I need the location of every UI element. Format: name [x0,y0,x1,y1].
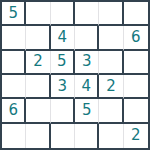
cell-r2c3[interactable]: 4 [51,26,75,50]
cell-r4c6[interactable] [124,75,148,99]
cell-r5c5[interactable] [99,99,123,123]
cell-r5c6[interactable] [124,99,148,123]
board-row-2: 46 [2,26,148,50]
cell-r6c2[interactable] [26,124,50,148]
given-digit: 4 [81,79,91,94]
cell-r1c4[interactable] [75,2,99,26]
cell-r2c5[interactable] [99,26,123,50]
cell-r6c3[interactable] [51,124,75,148]
cell-r5c1[interactable]: 6 [2,99,26,123]
cell-r6c5[interactable] [99,124,123,148]
given-digit: 3 [58,79,68,94]
cell-r1c3[interactable] [51,2,75,26]
cell-r3c5[interactable] [99,51,123,75]
cell-r4c5[interactable]: 2 [99,75,123,99]
cell-r3c2[interactable]: 2 [26,51,50,75]
cell-r5c2[interactable] [26,99,50,123]
cell-r4c3[interactable]: 3 [51,75,75,99]
cell-r2c2[interactable] [26,26,50,50]
cell-r5c4[interactable]: 5 [75,99,99,123]
board-row-4: 342 [2,75,148,99]
board-row-1: 5 [2,2,148,26]
cell-r2c6[interactable]: 6 [124,26,148,50]
cell-r6c1[interactable] [2,124,26,148]
given-digit: 3 [82,54,92,69]
cell-r6c4[interactable] [75,124,99,148]
cell-r4c2[interactable] [26,75,50,99]
given-digit: 5 [8,6,18,21]
board-row-3: 253 [2,51,148,75]
cell-r4c1[interactable] [2,75,26,99]
cell-r1c2[interactable] [26,2,50,26]
given-digit: 6 [131,30,141,45]
given-digit: 2 [106,79,116,94]
cell-r2c4[interactable] [75,26,99,50]
given-digit: 2 [131,128,141,143]
given-digit: 2 [33,54,43,69]
cell-r1c5[interactable] [99,2,123,26]
cell-r6c6[interactable]: 2 [124,124,148,148]
cell-r3c1[interactable] [2,51,26,75]
puzzle-board: 546253342652 [0,0,150,150]
given-digit: 4 [58,30,68,45]
board-row-5: 65 [2,99,148,123]
cell-r1c1[interactable]: 5 [2,2,26,26]
cell-r3c6[interactable] [124,51,148,75]
given-digit: 6 [8,103,18,118]
cell-r2c1[interactable] [2,26,26,50]
cell-r1c6[interactable] [124,2,148,26]
cell-r3c3[interactable]: 5 [51,51,75,75]
given-digit: 5 [57,54,67,69]
board-row-6: 2 [2,124,148,148]
given-digit: 5 [82,103,92,118]
cell-r4c4[interactable]: 4 [75,75,99,99]
cell-r3c4[interactable]: 3 [75,51,99,75]
cell-r5c3[interactable] [51,99,75,123]
